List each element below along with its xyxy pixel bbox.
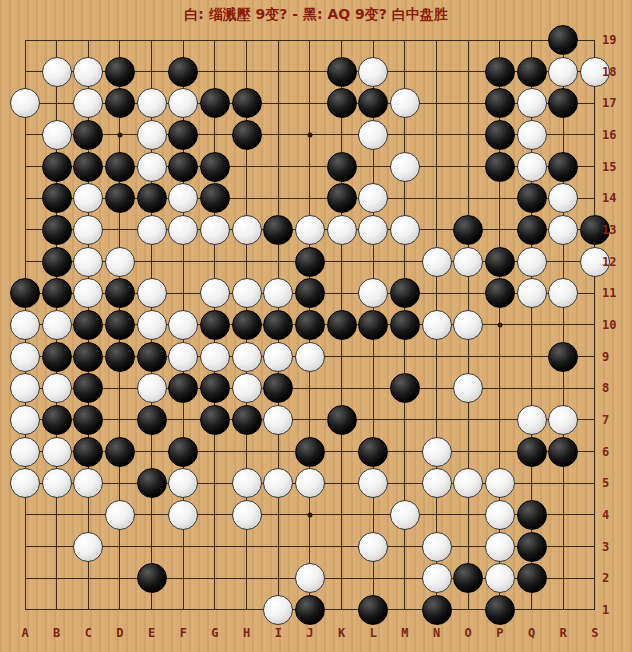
white-stone-H5	[232, 468, 262, 498]
white-stone-R11	[548, 278, 578, 308]
white-stone-E15	[137, 152, 167, 182]
black-stone-P12	[485, 247, 515, 277]
white-stone-C17	[73, 88, 103, 118]
white-stone-O8	[453, 373, 483, 403]
white-stone-O5	[453, 468, 483, 498]
white-stone-B8	[42, 373, 72, 403]
black-stone-J1	[295, 595, 325, 625]
black-stone-D10	[105, 310, 135, 340]
white-stone-B10	[42, 310, 72, 340]
row-label-8: 8	[602, 381, 609, 395]
white-stone-F5	[168, 468, 198, 498]
column-label-M: M	[401, 626, 408, 640]
white-stone-A8	[10, 373, 40, 403]
go-game-screenshot: 白: 缁溅壓 9变? - 黑: AQ 9变? 白中盘胜 ABCDEFGHIJKL…	[0, 0, 632, 652]
white-stone-C11	[73, 278, 103, 308]
black-stone-H7	[232, 405, 262, 435]
white-stone-N10	[422, 310, 452, 340]
row-label-4: 4	[602, 508, 609, 522]
white-stone-C13	[73, 215, 103, 245]
column-label-F: F	[180, 626, 187, 640]
black-stone-J11	[295, 278, 325, 308]
white-stone-E16	[137, 120, 167, 150]
white-stone-G9	[200, 342, 230, 372]
row-label-19: 19	[602, 33, 616, 47]
white-stone-A17	[10, 88, 40, 118]
black-stone-H16	[232, 120, 262, 150]
black-stone-J12	[295, 247, 325, 277]
star-point	[497, 322, 502, 327]
white-stone-N12	[422, 247, 452, 277]
white-stone-N5	[422, 468, 452, 498]
white-stone-O10	[453, 310, 483, 340]
black-stone-C16	[73, 120, 103, 150]
white-stone-F17	[168, 88, 198, 118]
white-stone-E17	[137, 88, 167, 118]
black-stone-O13	[453, 215, 483, 245]
black-stone-C6	[73, 437, 103, 467]
white-stone-L3	[358, 532, 388, 562]
black-stone-Q4	[517, 500, 547, 530]
black-stone-A11	[10, 278, 40, 308]
white-stone-C18	[73, 57, 103, 87]
white-stone-D12	[105, 247, 135, 277]
black-stone-D11	[105, 278, 135, 308]
white-stone-L11	[358, 278, 388, 308]
white-stone-F10	[168, 310, 198, 340]
grid-line-vertical	[563, 40, 564, 610]
white-stone-R13	[548, 215, 578, 245]
black-stone-B11	[42, 278, 72, 308]
column-label-P: P	[496, 626, 503, 640]
black-stone-E5	[137, 468, 167, 498]
black-stone-L1	[358, 595, 388, 625]
black-stone-K17	[327, 88, 357, 118]
white-stone-Q7	[517, 405, 547, 435]
white-stone-C3	[73, 532, 103, 562]
white-stone-N3	[422, 532, 452, 562]
row-label-11: 11	[602, 286, 616, 300]
white-stone-P2	[485, 563, 515, 593]
white-stone-A9	[10, 342, 40, 372]
row-label-10: 10	[602, 318, 616, 332]
black-stone-R19	[548, 25, 578, 55]
black-stone-M11	[390, 278, 420, 308]
row-label-1: 1	[602, 603, 609, 617]
white-stone-H8	[232, 373, 262, 403]
white-stone-A7	[10, 405, 40, 435]
black-stone-G14	[200, 183, 230, 213]
column-label-I: I	[275, 626, 282, 640]
black-stone-Q13	[517, 215, 547, 245]
column-label-C: C	[85, 626, 92, 640]
row-label-12: 12	[602, 255, 616, 269]
game-result-title: 白: 缁溅壓 9变? - 黑: AQ 9变? 白中盘胜	[0, 6, 632, 24]
white-stone-C12	[73, 247, 103, 277]
black-stone-E14	[137, 183, 167, 213]
black-stone-P16	[485, 120, 515, 150]
white-stone-I11	[263, 278, 293, 308]
black-stone-I8	[263, 373, 293, 403]
black-stone-C7	[73, 405, 103, 435]
black-stone-R15	[548, 152, 578, 182]
white-stone-J2	[295, 563, 325, 593]
black-stone-R9	[548, 342, 578, 372]
black-stone-N1	[422, 595, 452, 625]
white-stone-M4	[390, 500, 420, 530]
black-stone-J6	[295, 437, 325, 467]
white-stone-E13	[137, 215, 167, 245]
black-stone-R17	[548, 88, 578, 118]
column-label-J: J	[306, 626, 313, 640]
black-stone-R6	[548, 437, 578, 467]
white-stone-J9	[295, 342, 325, 372]
black-stone-B13	[42, 215, 72, 245]
black-stone-D15	[105, 152, 135, 182]
white-stone-H4	[232, 500, 262, 530]
white-stone-Q11	[517, 278, 547, 308]
black-stone-Q14	[517, 183, 547, 213]
column-label-R: R	[560, 626, 567, 640]
black-stone-H17	[232, 88, 262, 118]
grid-line-horizontal	[25, 419, 595, 420]
black-stone-C8	[73, 373, 103, 403]
grid-line-horizontal	[25, 388, 595, 389]
black-stone-P1	[485, 595, 515, 625]
white-stone-M17	[390, 88, 420, 118]
white-stone-A6	[10, 437, 40, 467]
black-stone-P17	[485, 88, 515, 118]
column-label-G: G	[211, 626, 218, 640]
black-stone-L17	[358, 88, 388, 118]
white-stone-I9	[263, 342, 293, 372]
row-label-15: 15	[602, 160, 616, 174]
white-stone-L13	[358, 215, 388, 245]
black-stone-D18	[105, 57, 135, 87]
column-label-D: D	[116, 626, 123, 640]
row-label-6: 6	[602, 445, 609, 459]
black-stone-C10	[73, 310, 103, 340]
white-stone-M13	[390, 215, 420, 245]
black-stone-B15	[42, 152, 72, 182]
white-stone-B5	[42, 468, 72, 498]
black-stone-L10	[358, 310, 388, 340]
black-stone-J10	[295, 310, 325, 340]
black-stone-B9	[42, 342, 72, 372]
white-stone-L14	[358, 183, 388, 213]
white-stone-Q16	[517, 120, 547, 150]
white-stone-I5	[263, 468, 293, 498]
star-point	[307, 132, 312, 137]
black-stone-F6	[168, 437, 198, 467]
white-stone-B16	[42, 120, 72, 150]
star-point	[307, 512, 312, 517]
black-stone-K15	[327, 152, 357, 182]
black-stone-C15	[73, 152, 103, 182]
white-stone-H9	[232, 342, 262, 372]
column-label-S: S	[591, 626, 598, 640]
row-label-17: 17	[602, 96, 616, 110]
grid-line-vertical	[594, 40, 595, 610]
white-stone-R14	[548, 183, 578, 213]
black-stone-B7	[42, 405, 72, 435]
white-stone-Q15	[517, 152, 547, 182]
row-label-2: 2	[602, 571, 609, 585]
row-label-5: 5	[602, 476, 609, 490]
white-stone-H13	[232, 215, 262, 245]
go-board: ABCDEFGHIJKLMNOPQRS191817161514131211109…	[0, 0, 632, 652]
white-stone-C5	[73, 468, 103, 498]
white-stone-L16	[358, 120, 388, 150]
row-label-13: 13	[602, 223, 616, 237]
column-label-E: E	[148, 626, 155, 640]
black-stone-E2	[137, 563, 167, 593]
white-stone-R18	[548, 57, 578, 87]
black-stone-I13	[263, 215, 293, 245]
black-stone-M10	[390, 310, 420, 340]
white-stone-L5	[358, 468, 388, 498]
row-label-3: 3	[602, 540, 609, 554]
row-label-18: 18	[602, 65, 616, 79]
black-stone-L6	[358, 437, 388, 467]
black-stone-Q2	[517, 563, 547, 593]
white-stone-K13	[327, 215, 357, 245]
white-stone-B6	[42, 437, 72, 467]
white-stone-J5	[295, 468, 325, 498]
column-label-N: N	[433, 626, 440, 640]
black-stone-E7	[137, 405, 167, 435]
white-stone-J13	[295, 215, 325, 245]
black-stone-D6	[105, 437, 135, 467]
white-stone-Q12	[517, 247, 547, 277]
black-stone-D14	[105, 183, 135, 213]
black-stone-E9	[137, 342, 167, 372]
white-stone-I1	[263, 595, 293, 625]
row-label-7: 7	[602, 413, 609, 427]
white-stone-A10	[10, 310, 40, 340]
black-stone-G17	[200, 88, 230, 118]
white-stone-E8	[137, 373, 167, 403]
white-stone-D4	[105, 500, 135, 530]
black-stone-H10	[232, 310, 262, 340]
column-label-O: O	[465, 626, 472, 640]
white-stone-F4	[168, 500, 198, 530]
black-stone-D9	[105, 342, 135, 372]
black-stone-M8	[390, 373, 420, 403]
white-stone-A5	[10, 468, 40, 498]
row-label-9: 9	[602, 350, 609, 364]
black-stone-G7	[200, 405, 230, 435]
black-stone-P18	[485, 57, 515, 87]
row-label-16: 16	[602, 128, 616, 142]
column-label-B: B	[53, 626, 60, 640]
white-stone-I7	[263, 405, 293, 435]
white-stone-E11	[137, 278, 167, 308]
column-label-A: A	[21, 626, 28, 640]
white-stone-B18	[42, 57, 72, 87]
black-stone-Q18	[517, 57, 547, 87]
white-stone-N2	[422, 563, 452, 593]
white-stone-G11	[200, 278, 230, 308]
black-stone-P15	[485, 152, 515, 182]
black-stone-F15	[168, 152, 198, 182]
white-stone-F14	[168, 183, 198, 213]
black-stone-K18	[327, 57, 357, 87]
black-stone-O2	[453, 563, 483, 593]
black-stone-B12	[42, 247, 72, 277]
white-stone-N6	[422, 437, 452, 467]
black-stone-F16	[168, 120, 198, 150]
black-stone-K14	[327, 183, 357, 213]
white-stone-Q17	[517, 88, 547, 118]
white-stone-O12	[453, 247, 483, 277]
black-stone-I10	[263, 310, 293, 340]
black-stone-G15	[200, 152, 230, 182]
row-label-14: 14	[602, 191, 616, 205]
black-stone-C9	[73, 342, 103, 372]
column-label-H: H	[243, 626, 250, 640]
white-stone-P5	[485, 468, 515, 498]
black-stone-F18	[168, 57, 198, 87]
white-stone-R7	[548, 405, 578, 435]
star-point	[117, 132, 122, 137]
column-label-K: K	[338, 626, 345, 640]
white-stone-P3	[485, 532, 515, 562]
white-stone-G13	[200, 215, 230, 245]
black-stone-K10	[327, 310, 357, 340]
white-stone-L18	[358, 57, 388, 87]
column-label-Q: Q	[528, 626, 535, 640]
white-stone-P4	[485, 500, 515, 530]
white-stone-H11	[232, 278, 262, 308]
white-stone-F13	[168, 215, 198, 245]
white-stone-E10	[137, 310, 167, 340]
column-label-L: L	[370, 626, 377, 640]
white-stone-M15	[390, 152, 420, 182]
black-stone-Q6	[517, 437, 547, 467]
black-stone-F8	[168, 373, 198, 403]
black-stone-G10	[200, 310, 230, 340]
black-stone-Q3	[517, 532, 547, 562]
black-stone-K7	[327, 405, 357, 435]
white-stone-F9	[168, 342, 198, 372]
black-stone-D17	[105, 88, 135, 118]
black-stone-P11	[485, 278, 515, 308]
black-stone-G8	[200, 373, 230, 403]
black-stone-B14	[42, 183, 72, 213]
white-stone-C14	[73, 183, 103, 213]
